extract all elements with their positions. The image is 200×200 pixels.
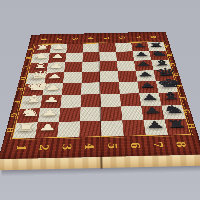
square-f8: [159, 92, 182, 105]
piece-cell: ♜: [165, 119, 191, 135]
piece-cell: ♟: [40, 95, 62, 108]
square-g4: [80, 107, 101, 121]
piece-cell: [101, 106, 122, 120]
piece-cell: ♟: [134, 60, 153, 70]
square-f3: [60, 95, 81, 108]
piece-white-pawn-d2: ♟: [45, 73, 64, 79]
coordinate-label: 2: [28, 139, 59, 157]
chess-board: 12345678 12345678 ABCDEFGH ABCDEFGH ♜♟♟♜…: [0, 32, 200, 160]
coordinate-label: 1: [5, 139, 37, 157]
square-h8: [165, 119, 191, 135]
piece-white-queen-d1: ♛: [27, 71, 47, 80]
square-f1: [20, 95, 42, 108]
piece-cell: [121, 106, 143, 120]
piece-cell: ♟: [136, 70, 156, 81]
piece-cell: [57, 121, 80, 137]
piece-white-pawn-g2: ♟: [39, 109, 60, 116]
piece-cell: [82, 52, 99, 62]
square-e3: [62, 83, 82, 95]
square-e6: [119, 82, 139, 94]
piece-cell: [59, 107, 81, 121]
square-f7: [139, 93, 161, 106]
coordinate-label: 7: [143, 136, 175, 154]
piece-white-bishop-f1: ♝: [21, 94, 42, 103]
piece-cell: [82, 61, 100, 71]
coordinate-label: 8: [143, 33, 165, 41]
square-f2: [40, 95, 62, 108]
piece-cell: ♞: [161, 105, 185, 119]
square-e5: [100, 82, 120, 94]
piece-black-pawn-e7: ♟: [138, 82, 158, 88]
piece-black-pawn-f7: ♟: [139, 94, 160, 101]
piece-white-pawn-f2: ♟: [41, 96, 62, 103]
square-h5: [101, 120, 124, 136]
piece-black-king-e8: ♚: [155, 78, 176, 88]
piece-black-pawn-c7: ♟: [134, 61, 152, 66]
piece-black-queen-d8: ♛: [153, 68, 173, 77]
piece-cell: ♟: [143, 119, 168, 135]
photo-scene: 12345678 12345678 ABCDEFGH ABCDEFGH ♜♟♟♜…: [0, 0, 200, 200]
square-h7: [143, 119, 168, 135]
pieces-layer: ♜♟♟♜♞♟♟♞♝♟♟♝♛♟♟♛♚♟♟♚♝♟♟♝♞♟♟♞♜♟♟♜: [13, 42, 190, 138]
piece-white-knight-g1: ♞: [18, 108, 40, 117]
piece-black-pawn-d7: ♟: [136, 71, 155, 77]
piece-white-bishop-c1: ♝: [29, 62, 48, 69]
piece-white-pawn-h2: ♟: [36, 123, 59, 131]
piece-cell: [100, 82, 120, 94]
piece-white-knight-b1: ♞: [32, 53, 50, 59]
playing-area: ♜♟♟♜♞♟♟♞♝♟♟♝♛♟♟♛♚♟♟♚♝♟♟♝♞♟♟♞♜♟♟♜: [12, 42, 191, 139]
piece-cell: ♞: [17, 108, 41, 123]
piece-cell: [100, 94, 121, 107]
piece-cell: [101, 120, 124, 136]
piece-cell: [117, 61, 136, 71]
piece-black-bishop-f8: ♝: [158, 91, 180, 100]
piece-cell: [119, 82, 139, 94]
piece-cell: [99, 43, 116, 52]
piece-white-rook-h1: ♜: [14, 123, 37, 132]
piece-cell: [82, 71, 101, 82]
piece-black-pawn-b7: ♟: [133, 52, 151, 57]
square-h4: [79, 121, 101, 137]
square-g7: [141, 106, 164, 120]
piece-cell: ♟: [139, 93, 161, 106]
piece-black-rook-a8: ♜: [147, 42, 164, 47]
coordinate-label: 5: [98, 137, 127, 155]
piece-black-pawn-g7: ♟: [141, 107, 163, 114]
piece-cell: [81, 82, 100, 94]
piece-cell: [100, 71, 119, 82]
piece-cell: [63, 72, 82, 83]
piece-cell: [60, 95, 81, 108]
piece-cell: [118, 71, 138, 82]
piece-cell: [64, 62, 82, 72]
square-h3: [57, 121, 80, 137]
piece-cell: [81, 94, 101, 107]
piece-black-knight-g8: ♞: [161, 105, 184, 114]
front-edge-seam: [100, 155, 102, 169]
piece-black-rook-h8: ♜: [165, 119, 189, 128]
piece-cell: [120, 93, 141, 106]
square-g3: [59, 107, 81, 121]
piece-cell: [62, 83, 82, 95]
square-f4: [81, 94, 101, 107]
board-tilt-wrapper: 12345678 12345678 ABCDEFGH ABCDEFGH ♜♟♟♜…: [0, 0, 200, 200]
piece-cell: [115, 43, 132, 52]
coordinate-label: 8: [165, 136, 198, 154]
piece-cell: [100, 61, 118, 71]
piece-white-king-e1: ♚: [24, 81, 45, 91]
square-h2: [35, 122, 59, 138]
piece-black-knight-b8: ♞: [149, 50, 167, 56]
piece-cell: ♝: [20, 95, 42, 108]
square-e4: [81, 82, 100, 94]
coordinate-label: 6: [120, 137, 151, 155]
square-g6: [121, 106, 143, 120]
square-g2: [38, 108, 61, 123]
coordinate-label: 3: [52, 138, 82, 156]
piece-cell: [80, 107, 101, 121]
square-g5: [101, 106, 122, 120]
piece-cell: [66, 44, 83, 53]
piece-white-rook-a1: ♜: [34, 45, 51, 50]
square-h6: [122, 120, 146, 136]
piece-cell: ♜: [13, 122, 38, 138]
square-g8: [161, 105, 185, 119]
piece-cell: ♟: [35, 122, 59, 138]
piece-black-bishop-c8: ♝: [151, 59, 170, 66]
piece-cell: ♟: [141, 106, 164, 120]
piece-cell: [116, 51, 134, 61]
square-g1: [17, 108, 41, 123]
piece-white-pawn-a2: ♟: [50, 45, 67, 50]
piece-black-pawn-h7: ♟: [144, 121, 167, 129]
piece-cell: [65, 52, 83, 62]
square-f6: [120, 93, 141, 106]
piece-cell: [79, 121, 101, 137]
square-f5: [100, 94, 121, 107]
piece-cell: ♟: [38, 108, 61, 123]
piece-cell: ♝: [159, 92, 182, 105]
piece-white-pawn-b2: ♟: [49, 54, 66, 59]
square-h1: [13, 122, 38, 138]
piece-cell: [83, 43, 100, 52]
piece-cell: [122, 120, 146, 136]
piece-black-pawn-a7: ♟: [131, 43, 148, 48]
piece-cell: [99, 52, 116, 62]
